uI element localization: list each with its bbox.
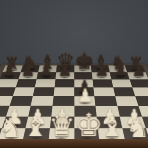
square-d7[interactable]: ♟ bbox=[55, 72, 74, 79]
piece-black-pawn[interactable]: ♟ bbox=[55, 63, 74, 79]
square-h6[interactable] bbox=[130, 79, 148, 87]
square-d6[interactable] bbox=[54, 79, 74, 87]
square-b5[interactable] bbox=[12, 87, 34, 96]
piece-white-knight[interactable]: ♞ bbox=[125, 114, 148, 141]
square-c7[interactable]: ♟ bbox=[37, 72, 56, 79]
table-edge bbox=[0, 139, 148, 148]
piece-black-pawn[interactable]: ♟ bbox=[0, 63, 18, 79]
square-e8[interactable]: ♚ bbox=[74, 66, 92, 73]
square-e4[interactable]: ♟ bbox=[74, 96, 96, 106]
piece-white-king[interactable]: ♚ bbox=[74, 109, 100, 141]
square-c5[interactable] bbox=[33, 87, 54, 96]
piece-black-pawn[interactable]: ♟ bbox=[37, 63, 56, 79]
board-3d-perspective: ♜♞♝♛♚♝♞♜♟♟♟♟♟♟♟♟♟♟♟♟♟♟♟♟♜♞♝♛♚♝♞♜ bbox=[0, 66, 148, 142]
square-c6[interactable] bbox=[35, 79, 55, 87]
square-a7[interactable]: ♟ bbox=[0, 72, 21, 79]
piece-white-knight[interactable]: ♞ bbox=[0, 114, 23, 141]
piece-white-queen[interactable]: ♛ bbox=[48, 111, 74, 141]
square-f5[interactable] bbox=[94, 87, 115, 96]
square-h7[interactable]: ♟ bbox=[127, 72, 148, 79]
square-b7[interactable]: ♟ bbox=[18, 72, 38, 79]
piece-white-pawn[interactable]: ♟ bbox=[74, 87, 95, 105]
chess-scene: ♜♞♝♛♚♝♞♜♟♟♟♟♟♟♟♟♟♟♟♟♟♟♟♟♜♞♝♛♚♝♞♜ bbox=[0, 0, 148, 148]
square-b6[interactable] bbox=[15, 79, 36, 87]
square-h5[interactable] bbox=[133, 87, 148, 96]
square-g7[interactable]: ♟ bbox=[110, 72, 130, 79]
piece-black-pawn[interactable]: ♟ bbox=[130, 63, 148, 79]
piece-black-pawn[interactable]: ♟ bbox=[18, 63, 37, 79]
piece-white-bishop[interactable]: ♝ bbox=[100, 113, 126, 141]
piece-black-pawn[interactable]: ♟ bbox=[111, 63, 130, 79]
square-d5[interactable] bbox=[53, 87, 74, 96]
piece-black-king[interactable]: ♚ bbox=[74, 49, 92, 71]
chess-board[interactable]: ♜♞♝♛♚♝♞♜♟♟♟♟♟♟♟♟♟♟♟♟♟♟♟♟♜♞♝♛♚♝♞♜ bbox=[0, 66, 148, 142]
piece-white-bishop[interactable]: ♝ bbox=[23, 113, 49, 141]
piece-black-pawn[interactable]: ♟ bbox=[93, 63, 112, 79]
